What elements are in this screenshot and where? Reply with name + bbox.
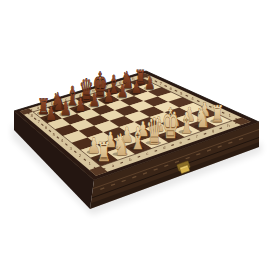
product-photo: aa88bb77cc66dd55ee44ff33gg22hh11♜♞♟♝♟♚♟♛…: [0, 0, 280, 280]
piece-glyph: ♟: [75, 94, 86, 115]
coordinate-label: 5: [53, 132, 56, 137]
coordinate-label: 1: [229, 113, 232, 118]
piece-glyph: ♟: [60, 98, 71, 120]
piece-black-pawn-a7: ♟: [45, 102, 57, 124]
coordinate-label: 8: [31, 113, 34, 118]
piece-glyph: ♟: [103, 85, 114, 106]
coordinate-label: b: [129, 157, 132, 162]
piece-black-pawn-g7: ♟: [130, 77, 141, 97]
coordinate-label: 6: [170, 86, 173, 91]
piece-black-pawn-b7: ♟: [59, 98, 71, 120]
coordinate-label: 4: [191, 96, 194, 101]
piece-white-knight-b1: ♞: [112, 127, 129, 162]
piece-white-knight-g1: ♞: [194, 102, 210, 133]
piece-white-rook-a1: ♜: [96, 137, 111, 167]
piece-white-bishop-c1: ♝: [130, 121, 146, 157]
piece-glyph: ♟: [117, 81, 128, 102]
piece-black-pawn-f7: ♟: [117, 81, 128, 102]
piece-glyph: ♝: [130, 121, 146, 157]
coordinate-label: 2: [79, 153, 82, 158]
piece-glyph: ♞: [113, 127, 129, 162]
piece-black-pawn-h7: ♟: [144, 74, 155, 93]
coordinate-label: 5: [180, 91, 183, 96]
chess-set-photo: aa88bb77cc66dd55ee44ff33gg22hh11♜♞♟♝♟♚♟♛…: [0, 0, 280, 280]
coordinate-label: g: [212, 128, 215, 133]
piece-black-pawn-c7: ♟: [74, 94, 86, 115]
piece-white-bishop-f1: ♝: [178, 105, 193, 139]
coordinate-label: 1: [89, 161, 92, 166]
piece-black-pawn-e7: ♟: [103, 85, 115, 106]
piece-glyph: ♚: [162, 100, 179, 149]
border-tick: [30, 110, 32, 111]
coordinate-label: 3: [69, 146, 72, 151]
piece-white-queen-d1: ♛: [145, 110, 162, 153]
piece-glyph: ♛: [146, 110, 163, 153]
piece-glyph: ♟: [89, 90, 100, 111]
piece-glyph: ♟: [45, 102, 57, 124]
piece-glyph: ♜: [97, 137, 112, 167]
piece-glyph: ♜: [211, 101, 224, 128]
piece-glyph: ♝: [179, 105, 194, 139]
piece-white-rook-h1: ♜: [210, 101, 224, 128]
piece-glyph: ♟: [145, 74, 155, 93]
coordinate-label: 7: [37, 119, 40, 124]
piece-white-king-e1: ♚: [161, 100, 179, 149]
coordinate-label: 4: [61, 138, 64, 143]
piece-glyph: ♟: [131, 77, 142, 97]
piece-black-pawn-d7: ♟: [88, 90, 100, 111]
piece-glyph: ♞: [195, 102, 210, 133]
coordinate-label: 7: [160, 81, 163, 86]
